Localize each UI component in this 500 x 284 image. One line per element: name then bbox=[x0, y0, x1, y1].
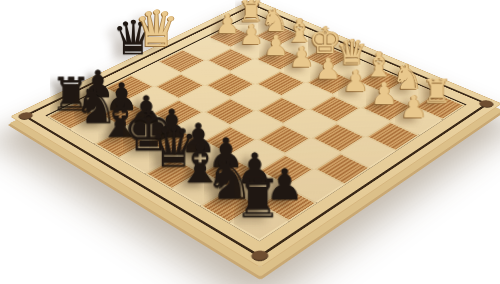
extra-white-queen[interactable]: ♛ bbox=[134, 4, 179, 54]
chess-board: ♜♞♝♚♛♝♞♜♟♟♟♟♟♟♟♟♟♟♟♟♟♟♟♟♜♞♝♚♛♝♞♜ bbox=[10, 0, 500, 268]
chess-set-photo-scene: ♜♞♝♚♛♝♞♜♟♟♟♟♟♟♟♟♟♟♟♟♟♟♟♟♜♞♝♚♛♝♞♜ ♛ ♛ bbox=[0, 0, 500, 284]
board-frame: ♜♞♝♚♛♝♞♜♟♟♟♟♟♟♟♟♟♟♟♟♟♟♟♟♜♞♝♚♛♝♞♜ bbox=[10, 0, 500, 268]
board-grid: ♜♞♝♚♛♝♞♜♟♟♟♟♟♟♟♟♟♟♟♟♟♟♟♟♜♞♝♚♛♝♞♜ bbox=[48, 14, 464, 239]
white-pawn[interactable]: ♟ bbox=[395, 92, 433, 123]
black-rook[interactable]: ♜ bbox=[234, 172, 277, 225]
